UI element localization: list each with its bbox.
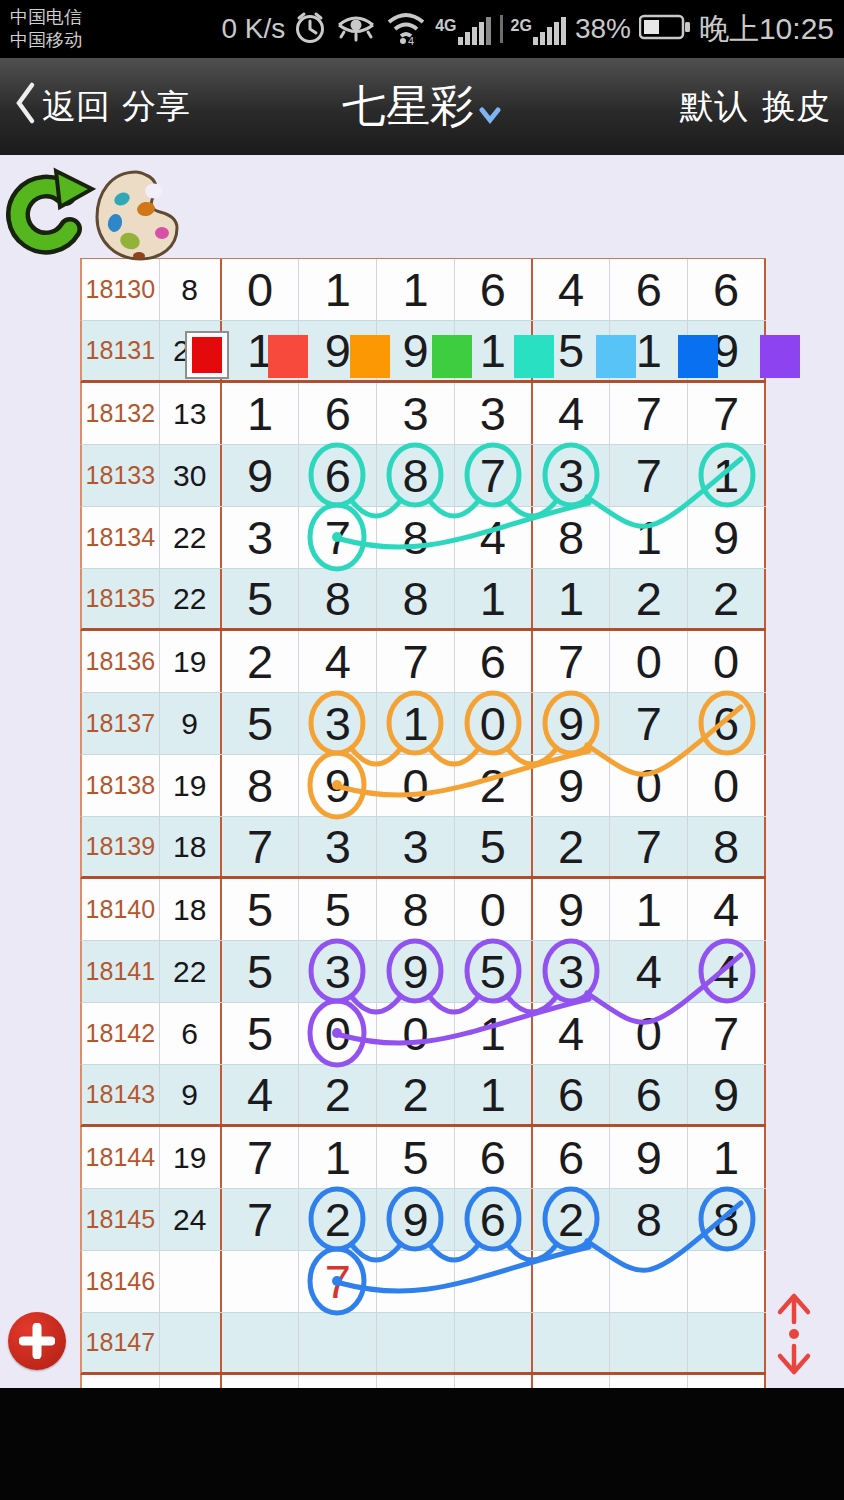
color-swatch-7[interactable] xyxy=(760,335,800,378)
svg-text:4: 4 xyxy=(408,35,414,45)
ball-cell[interactable]: 1 xyxy=(455,1065,533,1124)
eye-icon xyxy=(335,10,377,48)
status-separator xyxy=(500,15,503,43)
ball-cell[interactable]: 0 xyxy=(222,259,300,320)
trend-row: 181467 xyxy=(80,1251,766,1313)
refresh-button[interactable] xyxy=(4,165,96,263)
ball-cell[interactable]: 9 xyxy=(299,755,377,816)
ball-cell[interactable]: 6 xyxy=(455,1189,533,1250)
ball-cell[interactable]: 4 xyxy=(533,259,611,320)
trend-row: 18144197156691 xyxy=(80,1127,766,1189)
ball-cell[interactable]: 4 xyxy=(222,1065,300,1124)
ball-cell[interactable]: 7 xyxy=(610,693,688,754)
change-skin-button[interactable]: 换皮 xyxy=(762,84,830,130)
ball-cell[interactable]: 5 xyxy=(455,817,533,876)
ball-cell[interactable]: 1 xyxy=(377,259,455,320)
period-cell: 18138 xyxy=(82,755,160,816)
ball-cell[interactable]: 0 xyxy=(299,1003,377,1064)
trend-row: 18138198902900 xyxy=(80,755,766,817)
palette-icon xyxy=(94,167,180,263)
net-label-4g: 4G xyxy=(435,17,456,35)
trend-row: 18140185580914 xyxy=(80,879,766,941)
period-cell: 18146 xyxy=(82,1251,160,1312)
ball-cell[interactable] xyxy=(299,1313,377,1372)
sum-cell: 22 xyxy=(160,569,222,628)
scroll-updown-control[interactable] xyxy=(770,1290,818,1382)
ball-cell[interactable]: 9 xyxy=(377,941,455,1002)
trend-row: 18136192476700 xyxy=(80,631,766,693)
ball-cell[interactable]: 0 xyxy=(610,755,688,816)
trend-row: 1814394221669 xyxy=(80,1065,766,1127)
ball-cell[interactable]: 7 xyxy=(610,817,688,876)
carrier-labels: 中国电信 中国移动 xyxy=(10,6,82,52)
ball-cell[interactable]: 8 xyxy=(533,507,611,568)
ball-cell[interactable]: 1 xyxy=(455,569,533,628)
color-swatch-5[interactable] xyxy=(596,335,636,378)
trend-row: 1814265001407 xyxy=(80,1003,766,1065)
sum-cell: 6 xyxy=(160,1003,222,1064)
ball-cell[interactable]: 2 xyxy=(299,1065,377,1124)
color-swatch-6[interactable] xyxy=(678,335,718,378)
sum-cell: 9 xyxy=(160,693,222,754)
chevron-down-icon xyxy=(478,107,502,125)
ball-cell[interactable]: 4 xyxy=(533,1003,611,1064)
ball-cell[interactable]: 5 xyxy=(222,879,300,940)
ball-cell[interactable] xyxy=(455,1313,533,1372)
lottery-title-dropdown[interactable]: 七星彩 xyxy=(342,77,502,136)
sum-cell: 19 xyxy=(160,631,222,692)
trend-row: 18147 xyxy=(80,1313,766,1375)
ball-cell[interactable]: 6 xyxy=(610,259,688,320)
period-cell: 18147 xyxy=(82,1313,160,1372)
ball-cell[interactable]: 4 xyxy=(688,941,766,1002)
sum-cell: 9 xyxy=(160,1065,222,1124)
ball-cell[interactable] xyxy=(688,1251,766,1312)
trend-row: 1813080116466 xyxy=(80,259,766,321)
ball-cell[interactable]: 4 xyxy=(610,941,688,1002)
ball-cell[interactable]: 7 xyxy=(299,1251,377,1312)
ball-cell[interactable]: 3 xyxy=(299,817,377,876)
ball-cell[interactable]: 7 xyxy=(222,1127,300,1188)
ball-cell[interactable] xyxy=(688,1313,766,1372)
page-title: 七星彩 xyxy=(342,77,474,136)
ball-cell[interactable]: 7 xyxy=(688,383,766,444)
trend-row: 18132131633477 xyxy=(80,383,766,445)
ball-cell[interactable]: 8 xyxy=(377,879,455,940)
ball-cell[interactable]: 7 xyxy=(533,631,611,692)
ball-cell[interactable]: 2 xyxy=(533,817,611,876)
ball-cell[interactable]: 0 xyxy=(610,631,688,692)
trend-row: 18133309687371 xyxy=(80,445,766,507)
ball-cell[interactable]: 2 xyxy=(222,631,300,692)
ball-cell[interactable]: 3 xyxy=(533,941,611,1002)
ball-cell[interactable]: 6 xyxy=(688,259,766,320)
ball-cell[interactable]: 9 xyxy=(533,879,611,940)
ball-cell[interactable]: 9 xyxy=(222,445,300,506)
updown-arrows-icon xyxy=(770,1290,818,1378)
ball-cell[interactable]: 3 xyxy=(455,383,533,444)
period-cell: 18142 xyxy=(82,1003,160,1064)
ball-cell[interactable]: 6 xyxy=(455,259,533,320)
period-cell: 18136 xyxy=(82,631,160,692)
ball-cell[interactable]: 7 xyxy=(610,383,688,444)
trend-row: 1813795310976 xyxy=(80,693,766,755)
color-swatch-0[interactable] xyxy=(192,337,222,373)
net-label-2g: 2G xyxy=(511,17,532,35)
ball-cell[interactable]: 0 xyxy=(377,755,455,816)
ball-cell[interactable]: 0 xyxy=(455,879,533,940)
period-cell: 18133 xyxy=(82,445,160,506)
ball-cell[interactable]: 8 xyxy=(688,817,766,876)
plus-icon xyxy=(19,1323,55,1359)
trend-chart-table: 1813080116466181312019915191813213163347… xyxy=(80,258,766,1437)
sum-cell: 18 xyxy=(160,817,222,876)
ball-cell[interactable] xyxy=(222,1251,300,1312)
ball-cell[interactable]: 6 xyxy=(455,1127,533,1188)
ball-cell[interactable] xyxy=(455,1251,533,1312)
ball-cell[interactable]: 5 xyxy=(455,941,533,1002)
battery-percent: 38% xyxy=(575,13,631,45)
ball-cell[interactable]: 8 xyxy=(610,1189,688,1250)
ball-cell[interactable] xyxy=(377,1313,455,1372)
ball-cell[interactable]: 5 xyxy=(222,569,300,628)
ball-cell[interactable]: 3 xyxy=(299,941,377,1002)
ball-cell[interactable]: 7 xyxy=(688,1003,766,1064)
ball-cell[interactable]: 7 xyxy=(299,507,377,568)
ball-cell[interactable]: 8 xyxy=(377,445,455,506)
add-button[interactable] xyxy=(8,1312,66,1370)
ball-cell[interactable]: 0 xyxy=(688,755,766,816)
period-cell: 18145 xyxy=(82,1189,160,1250)
status-icons: 0 K/s xyxy=(221,9,834,50)
sum-cell: 13 xyxy=(160,383,222,444)
palette-button[interactable] xyxy=(94,167,180,267)
back-chevron-icon[interactable] xyxy=(14,81,36,133)
ball-cell[interactable]: 8 xyxy=(299,569,377,628)
ball-cell[interactable]: 5 xyxy=(222,941,300,1002)
trend-row: 18131201991519 xyxy=(80,321,766,383)
sum-cell: 19 xyxy=(160,1127,222,1188)
color-swatch-2[interactable] xyxy=(350,335,390,378)
period-cell: 18134 xyxy=(82,507,160,568)
ball-cell[interactable]: 6 xyxy=(299,445,377,506)
period-cell: 18135 xyxy=(82,569,160,628)
battery-icon xyxy=(639,13,691,45)
period-cell: 18140 xyxy=(82,879,160,940)
carrier-2: 中国移动 xyxy=(10,29,82,52)
trend-row: 18135225881122 xyxy=(80,569,766,631)
ball-cell[interactable]: 6 xyxy=(299,383,377,444)
toolbar xyxy=(0,155,844,258)
ball-cell[interactable] xyxy=(533,1251,611,1312)
ball-cell[interactable]: 9 xyxy=(688,507,766,568)
ball-cell[interactable]: 0 xyxy=(610,1003,688,1064)
net-speed: 0 K/s xyxy=(221,13,285,45)
trend-row: 18141225395344 xyxy=(80,941,766,1003)
selected-swatch-frame[interactable] xyxy=(185,331,229,379)
ball-cell[interactable]: 1 xyxy=(688,1127,766,1188)
ball-cell[interactable]: 1 xyxy=(610,507,688,568)
ball-cell[interactable]: 7 xyxy=(610,445,688,506)
ball-cell[interactable]: 7 xyxy=(222,1189,300,1250)
ball-cell[interactable]: 8 xyxy=(222,755,300,816)
phone-screen: 中国电信 中国移动 0 K/s xyxy=(0,0,844,1500)
ball-cell[interactable]: 9 xyxy=(610,1127,688,1188)
nav-bar: 返回 分享 七星彩 默认 换皮 xyxy=(0,58,844,155)
ball-cell[interactable] xyxy=(377,1251,455,1312)
ball-cell[interactable]: 2 xyxy=(533,1189,611,1250)
ball-cell[interactable]: 1 xyxy=(377,693,455,754)
period-cell: 18143 xyxy=(82,1065,160,1124)
sum-cell: 18 xyxy=(160,879,222,940)
android-nav-bar xyxy=(0,1388,844,1500)
sum-cell: 22 xyxy=(160,941,222,1002)
ball-cell[interactable]: 1 xyxy=(222,383,300,444)
period-cell: 18141 xyxy=(82,941,160,1002)
ball-cell[interactable]: 4 xyxy=(688,879,766,940)
alarm-clock-icon xyxy=(293,9,327,49)
ball-cell[interactable]: 2 xyxy=(377,1065,455,1124)
period-cell: 18130 xyxy=(82,259,160,320)
sum-cell: 8 xyxy=(160,259,222,320)
ball-cell[interactable]: 2 xyxy=(610,569,688,628)
ball-cell[interactable]: 9 xyxy=(533,755,611,816)
ball-cell[interactable]: 0 xyxy=(377,1003,455,1064)
ball-cell[interactable]: 1 xyxy=(688,445,766,506)
ball-cell[interactable]: 4 xyxy=(533,383,611,444)
back-button[interactable]: 返回 xyxy=(42,84,110,130)
ball-cell[interactable]: 2 xyxy=(688,569,766,628)
refresh-icon xyxy=(4,165,96,259)
ball-cell[interactable]: 1 xyxy=(610,879,688,940)
ball-cell[interactable]: 1 xyxy=(299,1127,377,1188)
color-swatch-1[interactable] xyxy=(268,335,308,378)
ball-cell[interactable]: 3 xyxy=(377,383,455,444)
sum-cell xyxy=(160,1251,222,1312)
sum-cell: 19 xyxy=(160,755,222,816)
ball-cell[interactable]: 8 xyxy=(688,1189,766,1250)
trend-row: 18134223784819 xyxy=(80,507,766,569)
sum-cell: 24 xyxy=(160,1189,222,1250)
ball-cell[interactable]: 5 xyxy=(222,693,300,754)
period-cell: 18144 xyxy=(82,1127,160,1188)
ball-cell[interactable] xyxy=(610,1313,688,1372)
sum-cell: 30 xyxy=(160,445,222,506)
ball-cell[interactable]: 4 xyxy=(455,507,533,568)
ball-cell[interactable]: 3 xyxy=(299,693,377,754)
sum-cell: 22 xyxy=(160,507,222,568)
period-cell: 18132 xyxy=(82,383,160,444)
ball-cell[interactable]: 5 xyxy=(222,1003,300,1064)
default-skin-button[interactable]: 默认 xyxy=(680,84,748,130)
ball-cell[interactable] xyxy=(533,1313,611,1372)
signal-4g: 4G xyxy=(435,13,491,45)
ball-cell[interactable]: 5 xyxy=(377,1127,455,1188)
ball-cell[interactable]: 1 xyxy=(533,569,611,628)
ball-cell[interactable]: 7 xyxy=(455,445,533,506)
ball-cell[interactable]: 2 xyxy=(299,1189,377,1250)
ball-cell[interactable]: 3 xyxy=(377,817,455,876)
ball-cell[interactable]: 1 xyxy=(455,1003,533,1064)
ball-cell[interactable]: 0 xyxy=(688,631,766,692)
carrier-1: 中国电信 xyxy=(10,6,82,29)
period-cell: 18137 xyxy=(82,693,160,754)
trend-row: 18139187335278 xyxy=(80,817,766,879)
period-cell: 18139 xyxy=(82,817,160,876)
clock-time: 晚上10:25 xyxy=(699,9,834,50)
share-button[interactable]: 分享 xyxy=(122,84,190,130)
ball-cell[interactable]: 6 xyxy=(455,631,533,692)
status-bar: 中国电信 中国移动 0 K/s xyxy=(0,0,844,58)
ball-cell[interactable]: 3 xyxy=(533,445,611,506)
ball-cell[interactable]: 6 xyxy=(533,1065,611,1124)
sum-cell xyxy=(160,1313,222,1372)
ball-cell[interactable]: 6 xyxy=(688,693,766,754)
ball-cell[interactable]: 6 xyxy=(610,1065,688,1124)
ball-cell[interactable]: 8 xyxy=(377,507,455,568)
color-swatch-4[interactable] xyxy=(514,335,554,378)
ball-cell[interactable]: 9 xyxy=(377,1189,455,1250)
ball-cell[interactable]: 4 xyxy=(299,631,377,692)
trend-row: 18145247296288 xyxy=(80,1189,766,1251)
wifi-icon: 4 xyxy=(385,9,427,49)
ball-cell[interactable]: 9 xyxy=(688,1065,766,1124)
ball-cell[interactable]: 2 xyxy=(455,755,533,816)
ball-cell[interactable]: 1 xyxy=(299,259,377,320)
ball-cell[interactable]: 6 xyxy=(533,1127,611,1188)
period-cell: 18131 xyxy=(82,321,160,380)
ball-cell[interactable]: 5 xyxy=(299,879,377,940)
ball-cell[interactable] xyxy=(222,1313,300,1372)
ball-cell[interactable]: 0 xyxy=(455,693,533,754)
color-swatch-3[interactable] xyxy=(432,335,472,378)
ball-cell[interactable] xyxy=(610,1251,688,1312)
signal-2g: 2G xyxy=(511,13,567,45)
ball-cell[interactable]: 3 xyxy=(222,507,300,568)
ball-cell[interactable]: 7 xyxy=(222,817,300,876)
ball-cell[interactable]: 7 xyxy=(377,631,455,692)
ball-cell[interactable]: 8 xyxy=(377,569,455,628)
ball-cell[interactable]: 9 xyxy=(533,693,611,754)
